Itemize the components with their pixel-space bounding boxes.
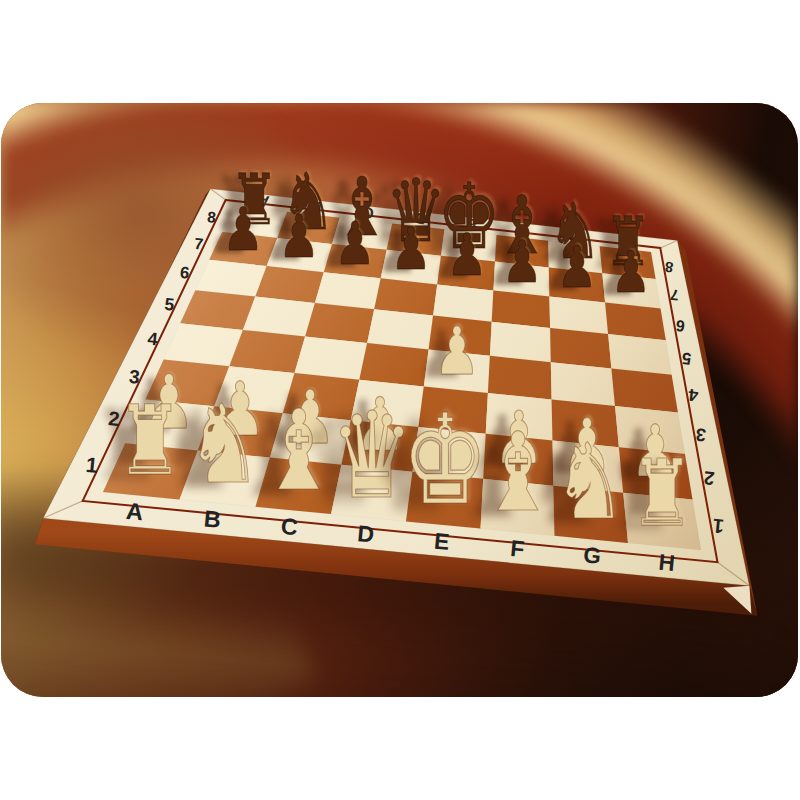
square-g4[interactable] [551,362,615,406]
piece-black-pawn-f7[interactable]: ♟ [501,232,542,290]
file-label-bottom-b: B [203,505,222,532]
photo: AABBCCDDEEFFGGHH1122334455667788 ♜♞♝♛♚♝♞… [1,103,798,697]
rank-label-right-1: 1 [712,515,725,538]
piece-black-pawn-g7[interactable]: ♟ [556,238,596,296]
piece-white-rook-h1[interactable]: ♜ [630,447,694,539]
square-g5[interactable] [550,328,611,369]
square-d6[interactable] [374,278,437,315]
piece-black-pawn-h7[interactable]: ♟ [611,244,651,302]
square-h5[interactable] [608,334,672,375]
rank-label-left-4: 4 [147,329,159,350]
square-d4[interactable] [359,343,428,387]
product-photo-page: AABBCCDDEEFFGGHH1122334455667788 ♜♞♝♛♚♝♞… [0,0,800,800]
piece-black-pawn-a7[interactable]: ♟ [222,201,264,261]
piece-white-king-e1[interactable]: ♚ [402,398,489,523]
rank-label-right-8: 8 [664,259,674,276]
square-f4[interactable] [488,356,552,400]
file-label-bottom-g: G [582,542,602,569]
rank-label-right-5: 5 [681,350,692,369]
piece-white-knight-g1[interactable]: ♞ [553,429,626,534]
piece-white-bishop-f1[interactable]: ♝ [480,419,556,528]
piece-black-pawn-b7[interactable]: ♟ [278,207,319,266]
square-b6[interactable] [255,266,323,303]
file-label-bottom-h: H [657,550,675,576]
piece-black-pawn-c7[interactable]: ♟ [335,213,376,272]
piece-white-rook-a1[interactable]: ♜ [116,394,183,490]
piece-black-pawn-d7[interactable]: ♟ [390,220,431,279]
file-label-bottom-c: C [280,513,299,541]
rank-label-right-3: 3 [695,424,707,445]
square-f5[interactable] [490,322,551,363]
piece-black-pawn-e7[interactable]: ♟ [446,226,487,284]
piece-white-knight-b1[interactable]: ♞ [187,391,263,499]
square-b5[interactable] [243,297,315,337]
square-f6[interactable] [492,291,550,329]
rank-label-right-2: 2 [703,467,716,489]
square-c6[interactable] [315,272,381,309]
file-label-bottom-f: F [509,535,525,562]
square-d5[interactable] [367,309,433,349]
piece-white-bishop-c1[interactable]: ♝ [260,395,338,506]
square-g6[interactable] [549,297,608,335]
piece-white-pawn-e4[interactable]: ♟ [434,318,480,384]
file-label-bottom-a: A [125,498,144,526]
square-h4[interactable] [611,369,678,413]
square-c5[interactable] [305,303,374,343]
